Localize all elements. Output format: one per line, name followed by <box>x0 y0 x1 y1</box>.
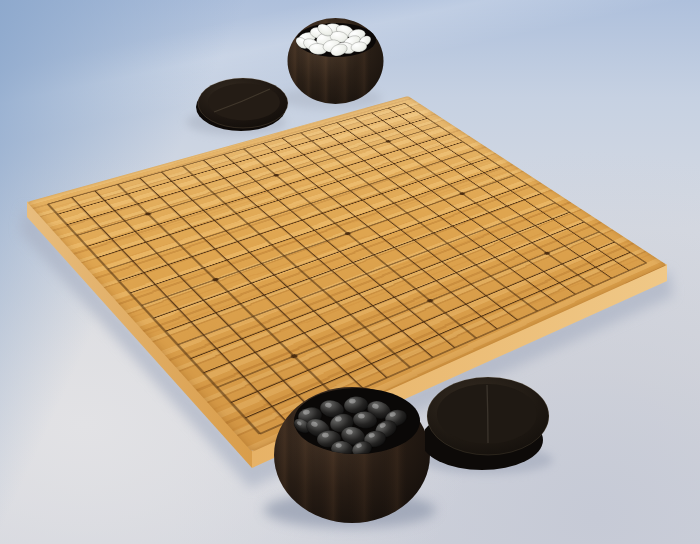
star-point <box>344 232 352 236</box>
grid-line-horizontal <box>178 203 556 345</box>
grid-line-horizontal <box>165 194 541 332</box>
star-point <box>459 192 466 196</box>
star-point <box>385 140 392 143</box>
star-point <box>211 277 219 282</box>
white-bowl-lid <box>196 76 290 134</box>
star-point <box>272 173 279 177</box>
star-point <box>289 353 298 359</box>
black-stones-bowl <box>272 383 432 525</box>
go-set-photo <box>0 0 700 544</box>
white-stones-bowl <box>287 16 384 104</box>
grid-line-vertical <box>301 133 538 311</box>
black-bowl-lid <box>425 370 553 474</box>
star-point <box>426 298 434 303</box>
star-point <box>144 212 152 216</box>
